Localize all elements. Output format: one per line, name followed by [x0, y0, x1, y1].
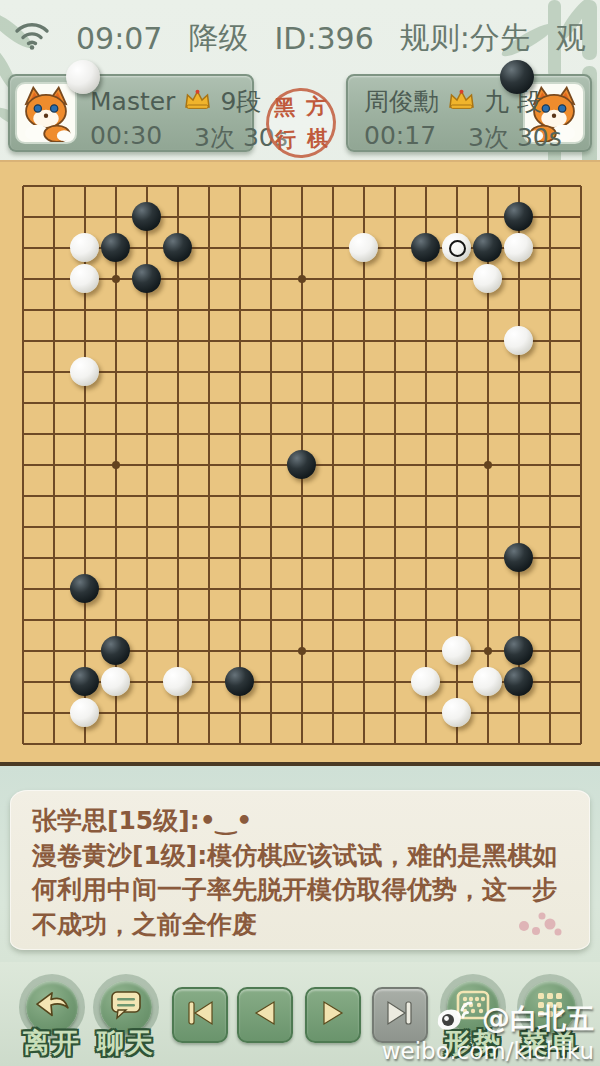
- board-point[interactable]: [317, 387, 348, 418]
- board-point[interactable]: [286, 480, 317, 511]
- board-point[interactable]: [162, 201, 193, 232]
- board-point[interactable]: [410, 170, 441, 201]
- board-point[interactable]: [379, 573, 410, 604]
- board-point[interactable]: [7, 449, 38, 480]
- board-point[interactable]: [379, 728, 410, 759]
- board-point[interactable]: [131, 573, 162, 604]
- board-point[interactable]: [503, 449, 534, 480]
- board-point[interactable]: [38, 356, 69, 387]
- board-point[interactable]: [69, 480, 100, 511]
- board-point[interactable]: [317, 263, 348, 294]
- board-point[interactable]: [565, 263, 596, 294]
- board-point[interactable]: [255, 728, 286, 759]
- board-point[interactable]: [317, 511, 348, 542]
- board-point[interactable]: [193, 511, 224, 542]
- board-point[interactable]: [441, 573, 472, 604]
- board-point[interactable]: [286, 356, 317, 387]
- board-point[interactable]: [379, 418, 410, 449]
- board-point[interactable]: [348, 387, 379, 418]
- board-point[interactable]: [224, 728, 255, 759]
- board-point[interactable]: [565, 604, 596, 635]
- board-point[interactable]: [7, 294, 38, 325]
- board-point[interactable]: [193, 542, 224, 573]
- board-point[interactable]: [38, 294, 69, 325]
- board-point[interactable]: [69, 728, 100, 759]
- board-point[interactable]: [441, 480, 472, 511]
- board-point[interactable]: [441, 356, 472, 387]
- board-point[interactable]: [100, 573, 131, 604]
- board-point[interactable]: [379, 232, 410, 263]
- board-point[interactable]: [410, 201, 441, 232]
- board-point[interactable]: [224, 170, 255, 201]
- board-point[interactable]: [131, 542, 162, 573]
- board-point[interactable]: [379, 542, 410, 573]
- board-point[interactable]: [69, 449, 100, 480]
- board-point[interactable]: [348, 573, 379, 604]
- board-point[interactable]: [38, 418, 69, 449]
- board-point[interactable]: [534, 728, 565, 759]
- board-point[interactable]: [348, 201, 379, 232]
- board-point[interactable]: [255, 232, 286, 263]
- board-point[interactable]: [286, 666, 317, 697]
- board-point[interactable]: [255, 573, 286, 604]
- board-point[interactable]: [255, 294, 286, 325]
- board-point[interactable]: [255, 604, 286, 635]
- board-point[interactable]: [348, 170, 379, 201]
- board-point[interactable]: [503, 480, 534, 511]
- board-point[interactable]: [162, 232, 193, 263]
- board-point[interactable]: [7, 728, 38, 759]
- nav-first-move-button[interactable]: [172, 987, 228, 1043]
- board-point[interactable]: [441, 449, 472, 480]
- board-point[interactable]: [100, 325, 131, 356]
- board-point[interactable]: [193, 387, 224, 418]
- board-point[interactable]: [69, 635, 100, 666]
- board-point[interactable]: [348, 666, 379, 697]
- board-point[interactable]: [286, 294, 317, 325]
- board-point[interactable]: [131, 170, 162, 201]
- board-point[interactable]: [317, 697, 348, 728]
- board-point[interactable]: [472, 325, 503, 356]
- board-point[interactable]: [534, 263, 565, 294]
- board-point[interactable]: [565, 728, 596, 759]
- board-point[interactable]: [565, 170, 596, 201]
- board-point[interactable]: [472, 511, 503, 542]
- board-point[interactable]: [379, 604, 410, 635]
- board-point[interactable]: [410, 573, 441, 604]
- board-point[interactable]: [317, 449, 348, 480]
- board-point[interactable]: [317, 201, 348, 232]
- board-point[interactable]: [410, 480, 441, 511]
- board-point[interactable]: [286, 697, 317, 728]
- board-point[interactable]: [348, 449, 379, 480]
- board-point[interactable]: [100, 263, 131, 294]
- board-point[interactable]: [472, 201, 503, 232]
- board-point[interactable]: [224, 666, 255, 697]
- board-point[interactable]: [38, 604, 69, 635]
- board-point[interactable]: [534, 604, 565, 635]
- board-point[interactable]: [410, 635, 441, 666]
- board-point[interactable]: [162, 170, 193, 201]
- board-point[interactable]: [131, 511, 162, 542]
- board-point[interactable]: [348, 356, 379, 387]
- board-point[interactable]: [286, 263, 317, 294]
- board-point[interactable]: [193, 325, 224, 356]
- board-point[interactable]: [565, 449, 596, 480]
- board-point[interactable]: [69, 511, 100, 542]
- board-point[interactable]: [348, 480, 379, 511]
- board-point[interactable]: [472, 294, 503, 325]
- board-point[interactable]: [286, 232, 317, 263]
- board-point[interactable]: [379, 666, 410, 697]
- board-point[interactable]: [441, 542, 472, 573]
- board-point[interactable]: [255, 511, 286, 542]
- board-point[interactable]: [100, 542, 131, 573]
- board-point[interactable]: [565, 480, 596, 511]
- board-point[interactable]: [565, 387, 596, 418]
- board-point[interactable]: [193, 418, 224, 449]
- board-point[interactable]: [255, 387, 286, 418]
- board-point[interactable]: [69, 542, 100, 573]
- board-point[interactable]: [224, 635, 255, 666]
- board-point[interactable]: [472, 232, 503, 263]
- board-point[interactable]: [348, 728, 379, 759]
- board-point[interactable]: [69, 387, 100, 418]
- board-point[interactable]: [193, 666, 224, 697]
- board-point[interactable]: [286, 170, 317, 201]
- board-point[interactable]: [69, 573, 100, 604]
- board-point[interactable]: [441, 170, 472, 201]
- board-point[interactable]: [534, 294, 565, 325]
- board-point[interactable]: [503, 511, 534, 542]
- board-point[interactable]: [286, 635, 317, 666]
- board-point[interactable]: [193, 604, 224, 635]
- board-point[interactable]: [69, 201, 100, 232]
- board-point[interactable]: [503, 294, 534, 325]
- board-point[interactable]: [348, 604, 379, 635]
- board-point[interactable]: [224, 573, 255, 604]
- board-point[interactable]: [255, 697, 286, 728]
- board-point[interactable]: [410, 325, 441, 356]
- board-point[interactable]: [131, 263, 162, 294]
- board-point[interactable]: [162, 325, 193, 356]
- board-point[interactable]: [131, 728, 162, 759]
- board-point[interactable]: [38, 666, 69, 697]
- board-point[interactable]: [379, 325, 410, 356]
- board-point[interactable]: [565, 232, 596, 263]
- board-point[interactable]: [410, 263, 441, 294]
- board-point[interactable]: [317, 232, 348, 263]
- board-point[interactable]: [224, 325, 255, 356]
- board-point[interactable]: [472, 356, 503, 387]
- board-point[interactable]: [534, 201, 565, 232]
- board-point[interactable]: [131, 356, 162, 387]
- board-point[interactable]: [131, 604, 162, 635]
- board-point[interactable]: [286, 387, 317, 418]
- board-point[interactable]: [472, 418, 503, 449]
- board-point[interactable]: [565, 294, 596, 325]
- board-point[interactable]: [162, 573, 193, 604]
- board-point[interactable]: [162, 356, 193, 387]
- board-point[interactable]: [441, 387, 472, 418]
- board-point[interactable]: [38, 201, 69, 232]
- board-point[interactable]: [7, 263, 38, 294]
- board-point[interactable]: [286, 511, 317, 542]
- board-point[interactable]: [379, 387, 410, 418]
- board-point[interactable]: [162, 387, 193, 418]
- board-point[interactable]: [131, 697, 162, 728]
- board-point[interactable]: [503, 573, 534, 604]
- board-point[interactable]: [379, 480, 410, 511]
- board-point[interactable]: [472, 480, 503, 511]
- board-point[interactable]: [224, 480, 255, 511]
- board-point[interactable]: [193, 635, 224, 666]
- board-point[interactable]: [69, 604, 100, 635]
- board-point[interactable]: [7, 604, 38, 635]
- board-point[interactable]: [379, 263, 410, 294]
- board-point[interactable]: [224, 263, 255, 294]
- board-point[interactable]: [193, 573, 224, 604]
- board-point[interactable]: [100, 604, 131, 635]
- board-point[interactable]: [100, 387, 131, 418]
- board-point[interactable]: [69, 263, 100, 294]
- board-point[interactable]: [565, 325, 596, 356]
- board-point[interactable]: [7, 511, 38, 542]
- board-point[interactable]: [441, 294, 472, 325]
- board-point[interactable]: [348, 263, 379, 294]
- board-point[interactable]: [410, 666, 441, 697]
- board-point[interactable]: [534, 635, 565, 666]
- board-point[interactable]: [193, 201, 224, 232]
- board-point[interactable]: [565, 573, 596, 604]
- board-point[interactable]: [100, 170, 131, 201]
- board-point[interactable]: [472, 635, 503, 666]
- board-point[interactable]: [472, 170, 503, 201]
- board-point[interactable]: [7, 387, 38, 418]
- board-point[interactable]: [410, 294, 441, 325]
- board-point[interactable]: [255, 666, 286, 697]
- board-point[interactable]: [286, 573, 317, 604]
- board-point[interactable]: [69, 697, 100, 728]
- board-point[interactable]: [224, 387, 255, 418]
- board-point[interactable]: [7, 356, 38, 387]
- nav-next-move-button[interactable]: [305, 987, 361, 1043]
- board-point[interactable]: [7, 232, 38, 263]
- board-point[interactable]: [131, 294, 162, 325]
- board-point[interactable]: [348, 232, 379, 263]
- board-point[interactable]: [503, 604, 534, 635]
- board-point[interactable]: [410, 542, 441, 573]
- board-point[interactable]: [472, 542, 503, 573]
- board-point[interactable]: [162, 666, 193, 697]
- board-point[interactable]: [38, 635, 69, 666]
- board-point[interactable]: [255, 635, 286, 666]
- board-point[interactable]: [38, 480, 69, 511]
- board-point[interactable]: [441, 325, 472, 356]
- board-point[interactable]: [162, 480, 193, 511]
- board-point[interactable]: [100, 232, 131, 263]
- board-point[interactable]: [503, 666, 534, 697]
- board-point[interactable]: [7, 697, 38, 728]
- board-point[interactable]: [286, 728, 317, 759]
- board-point[interactable]: [565, 697, 596, 728]
- board-point[interactable]: [379, 170, 410, 201]
- board-point[interactable]: [100, 449, 131, 480]
- board-point[interactable]: [131, 666, 162, 697]
- board-point[interactable]: [255, 201, 286, 232]
- board-point[interactable]: [348, 542, 379, 573]
- board-point[interactable]: [193, 232, 224, 263]
- board-point[interactable]: [410, 449, 441, 480]
- board-point[interactable]: [100, 418, 131, 449]
- board-point[interactable]: [317, 418, 348, 449]
- board-point[interactable]: [472, 573, 503, 604]
- board-point[interactable]: [410, 356, 441, 387]
- board-point[interactable]: [379, 356, 410, 387]
- board-point[interactable]: [38, 325, 69, 356]
- board-point[interactable]: [317, 542, 348, 573]
- board-point[interactable]: [286, 604, 317, 635]
- board-point[interactable]: [565, 418, 596, 449]
- board-point[interactable]: [472, 449, 503, 480]
- board-point[interactable]: [503, 325, 534, 356]
- board-point[interactable]: [224, 542, 255, 573]
- board-point[interactable]: [534, 480, 565, 511]
- board-point[interactable]: [410, 511, 441, 542]
- board-point[interactable]: [38, 573, 69, 604]
- board-point[interactable]: [162, 294, 193, 325]
- board-point[interactable]: [503, 356, 534, 387]
- board-point[interactable]: [441, 635, 472, 666]
- board-point[interactable]: [379, 201, 410, 232]
- board-point[interactable]: [503, 263, 534, 294]
- board-point[interactable]: [286, 418, 317, 449]
- board-point[interactable]: [348, 418, 379, 449]
- board-point[interactable]: [348, 511, 379, 542]
- board-point[interactable]: [503, 201, 534, 232]
- board-point[interactable]: [162, 418, 193, 449]
- board-point[interactable]: [379, 294, 410, 325]
- board-point[interactable]: [193, 449, 224, 480]
- board-point[interactable]: [38, 170, 69, 201]
- board-point[interactable]: [38, 449, 69, 480]
- board-point[interactable]: [255, 356, 286, 387]
- board-point[interactable]: [100, 728, 131, 759]
- board-point[interactable]: [410, 418, 441, 449]
- board-point[interactable]: [348, 697, 379, 728]
- board-point[interactable]: [410, 604, 441, 635]
- board-point[interactable]: [565, 635, 596, 666]
- board-point[interactable]: [379, 635, 410, 666]
- board-point[interactable]: [69, 356, 100, 387]
- board-point[interactable]: [534, 449, 565, 480]
- board-point[interactable]: [441, 418, 472, 449]
- board-point[interactable]: [286, 325, 317, 356]
- board-point[interactable]: [193, 356, 224, 387]
- board-point[interactable]: [162, 542, 193, 573]
- leave-button-label[interactable]: 离开: [12, 1025, 92, 1061]
- board-point[interactable]: [162, 511, 193, 542]
- board-point[interactable]: [7, 325, 38, 356]
- board-point[interactable]: [255, 480, 286, 511]
- board-point[interactable]: [348, 325, 379, 356]
- board-point[interactable]: [7, 666, 38, 697]
- board-point[interactable]: [534, 325, 565, 356]
- board-point[interactable]: [100, 294, 131, 325]
- board-point[interactable]: [317, 294, 348, 325]
- board-point[interactable]: [193, 697, 224, 728]
- board-point[interactable]: [162, 728, 193, 759]
- board-point[interactable]: [534, 387, 565, 418]
- board-point[interactable]: [410, 728, 441, 759]
- board-point[interactable]: [379, 697, 410, 728]
- board-point[interactable]: [38, 728, 69, 759]
- board-point[interactable]: [100, 511, 131, 542]
- board-point[interactable]: [38, 232, 69, 263]
- board-point[interactable]: [441, 697, 472, 728]
- board-point[interactable]: [224, 356, 255, 387]
- board-point[interactable]: [286, 542, 317, 573]
- board-point[interactable]: [503, 542, 534, 573]
- board-point[interactable]: [317, 356, 348, 387]
- board-point[interactable]: [317, 635, 348, 666]
- chat-button-label[interactable]: 聊天: [86, 1025, 166, 1061]
- board-point[interactable]: [317, 728, 348, 759]
- board-point[interactable]: [503, 635, 534, 666]
- board-point[interactable]: [410, 232, 441, 263]
- board-point[interactable]: [317, 170, 348, 201]
- board-point[interactable]: [193, 728, 224, 759]
- board-point[interactable]: [7, 418, 38, 449]
- board-point[interactable]: [224, 604, 255, 635]
- board-point[interactable]: [7, 542, 38, 573]
- board-point[interactable]: [379, 511, 410, 542]
- board-point[interactable]: [7, 635, 38, 666]
- board-point[interactable]: [348, 635, 379, 666]
- board-point[interactable]: [131, 635, 162, 666]
- board-point[interactable]: [410, 387, 441, 418]
- board-point[interactable]: [193, 170, 224, 201]
- board-point[interactable]: [38, 263, 69, 294]
- board-point[interactable]: [162, 697, 193, 728]
- board-point[interactable]: [69, 666, 100, 697]
- board-point[interactable]: [131, 232, 162, 263]
- board-point[interactable]: [534, 418, 565, 449]
- board-point[interactable]: [503, 170, 534, 201]
- board-point[interactable]: [565, 666, 596, 697]
- board-point[interactable]: [534, 666, 565, 697]
- board-point[interactable]: [255, 263, 286, 294]
- board-point[interactable]: [193, 294, 224, 325]
- board-point[interactable]: [131, 325, 162, 356]
- board-point[interactable]: [379, 449, 410, 480]
- board-point[interactable]: [224, 697, 255, 728]
- board-point[interactable]: [100, 666, 131, 697]
- board-point[interactable]: [472, 697, 503, 728]
- board-point[interactable]: [534, 511, 565, 542]
- board-point[interactable]: [131, 449, 162, 480]
- board-point[interactable]: [38, 542, 69, 573]
- nav-previous-move-button[interactable]: [237, 987, 293, 1043]
- board-point[interactable]: [255, 170, 286, 201]
- board-point[interactable]: [224, 418, 255, 449]
- board-point[interactable]: [317, 666, 348, 697]
- board-point[interactable]: [503, 728, 534, 759]
- board-point[interactable]: [100, 635, 131, 666]
- board-point[interactable]: [100, 201, 131, 232]
- board-point[interactable]: [472, 263, 503, 294]
- board-point[interactable]: [100, 697, 131, 728]
